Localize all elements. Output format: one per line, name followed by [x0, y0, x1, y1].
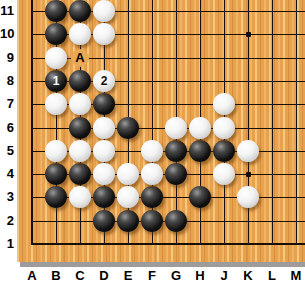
col-label-F: F — [140, 269, 164, 283]
row-label-2: 2 — [0, 213, 14, 229]
stone-white-f5 — [141, 140, 163, 162]
stone-white-j6 — [213, 117, 235, 139]
stone-black-c6 — [69, 117, 91, 139]
row-label-8: 8 — [0, 73, 14, 89]
stone-black-b11 — [45, 0, 67, 22]
stone-black-c8 — [69, 70, 91, 92]
row-label-5: 5 — [0, 143, 14, 159]
col-label-B: B — [44, 269, 68, 283]
stone-black-g2 — [165, 210, 187, 232]
stone-white-d6 — [93, 117, 115, 139]
stone-black-d2 — [93, 210, 115, 232]
stone-black-g5 — [165, 140, 187, 162]
stone-white-d5 — [93, 140, 115, 162]
stone-black-g4 — [165, 163, 187, 185]
stone-black-h5 — [189, 140, 211, 162]
star-point-K10 — [246, 32, 251, 37]
col-label-G: G — [164, 269, 188, 283]
stone-black-e6 — [117, 117, 139, 139]
row-label-11: 11 — [0, 3, 14, 19]
grid-line-col-F — [152, 0, 153, 245]
col-label-K: K — [236, 269, 260, 283]
col-label-J: J — [212, 269, 236, 283]
stone-white-e4 — [117, 163, 139, 185]
stone-white-j4 — [213, 163, 235, 185]
grid-line-col-L — [272, 0, 273, 245]
col-label-C: C — [68, 269, 92, 283]
row-label-6: 6 — [0, 120, 14, 136]
stone-white-g6 — [165, 117, 187, 139]
row-label-10: 10 — [0, 26, 14, 42]
stone-black-b8: 1 — [45, 70, 67, 92]
grid-line-row-1 — [31, 243, 305, 245]
stone-white-c5 — [69, 140, 91, 162]
stone-black-j5 — [213, 140, 235, 162]
stone-black-b4 — [45, 163, 67, 185]
stone-black-c4 — [69, 163, 91, 185]
stone-black-f2 — [141, 210, 163, 232]
col-label-A: A — [20, 269, 44, 283]
col-label-L: L — [260, 269, 284, 283]
stone-white-d8: 2 — [93, 70, 115, 92]
col-label-D: D — [92, 269, 116, 283]
row-label-4: 4 — [0, 166, 14, 182]
col-label-M: M — [284, 269, 305, 283]
grid-line-col-M — [296, 0, 297, 245]
star-point-K4 — [246, 172, 251, 177]
point-label-c9: A — [71, 49, 89, 67]
row-label-7: 7 — [0, 96, 14, 112]
board-shadow — [20, 262, 305, 267]
stone-black-e2 — [117, 210, 139, 232]
stone-white-b9 — [45, 47, 67, 69]
stone-white-d11 — [93, 0, 115, 22]
stone-black-c11 — [69, 0, 91, 22]
stone-white-d4 — [93, 163, 115, 185]
stone-white-k5 — [237, 140, 259, 162]
col-label-E: E — [116, 269, 140, 283]
row-label-9: 9 — [0, 50, 14, 66]
grid-line-col-A — [31, 0, 33, 245]
stone-white-b5 — [45, 140, 67, 162]
stone-white-f4 — [141, 163, 163, 185]
go-diagram: 1110987654321ABCDEFGHJKLM12A — [0, 0, 305, 284]
row-label-3: 3 — [0, 189, 14, 205]
stone-white-h6 — [189, 117, 211, 139]
row-label-1: 1 — [0, 236, 14, 252]
col-label-H: H — [188, 269, 212, 283]
